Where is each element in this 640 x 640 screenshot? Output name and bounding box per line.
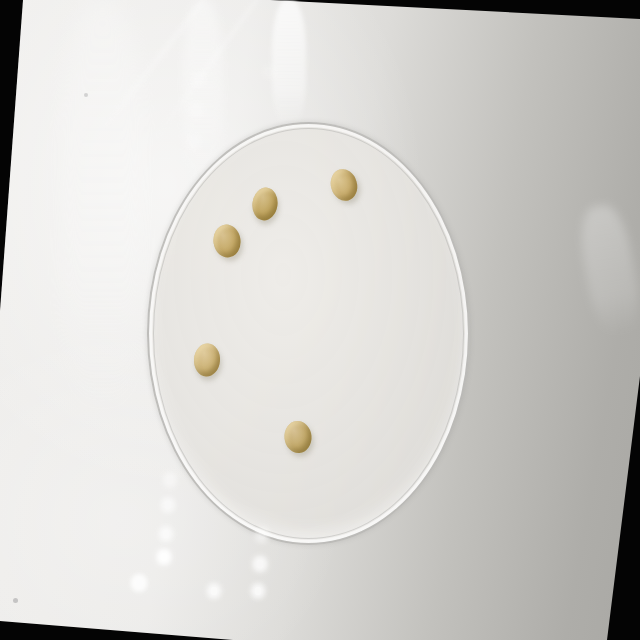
dust-specks-layer [0, 0, 640, 640]
dust-speck [13, 598, 18, 603]
photo-stage [0, 0, 640, 640]
dust-speck [84, 93, 88, 97]
